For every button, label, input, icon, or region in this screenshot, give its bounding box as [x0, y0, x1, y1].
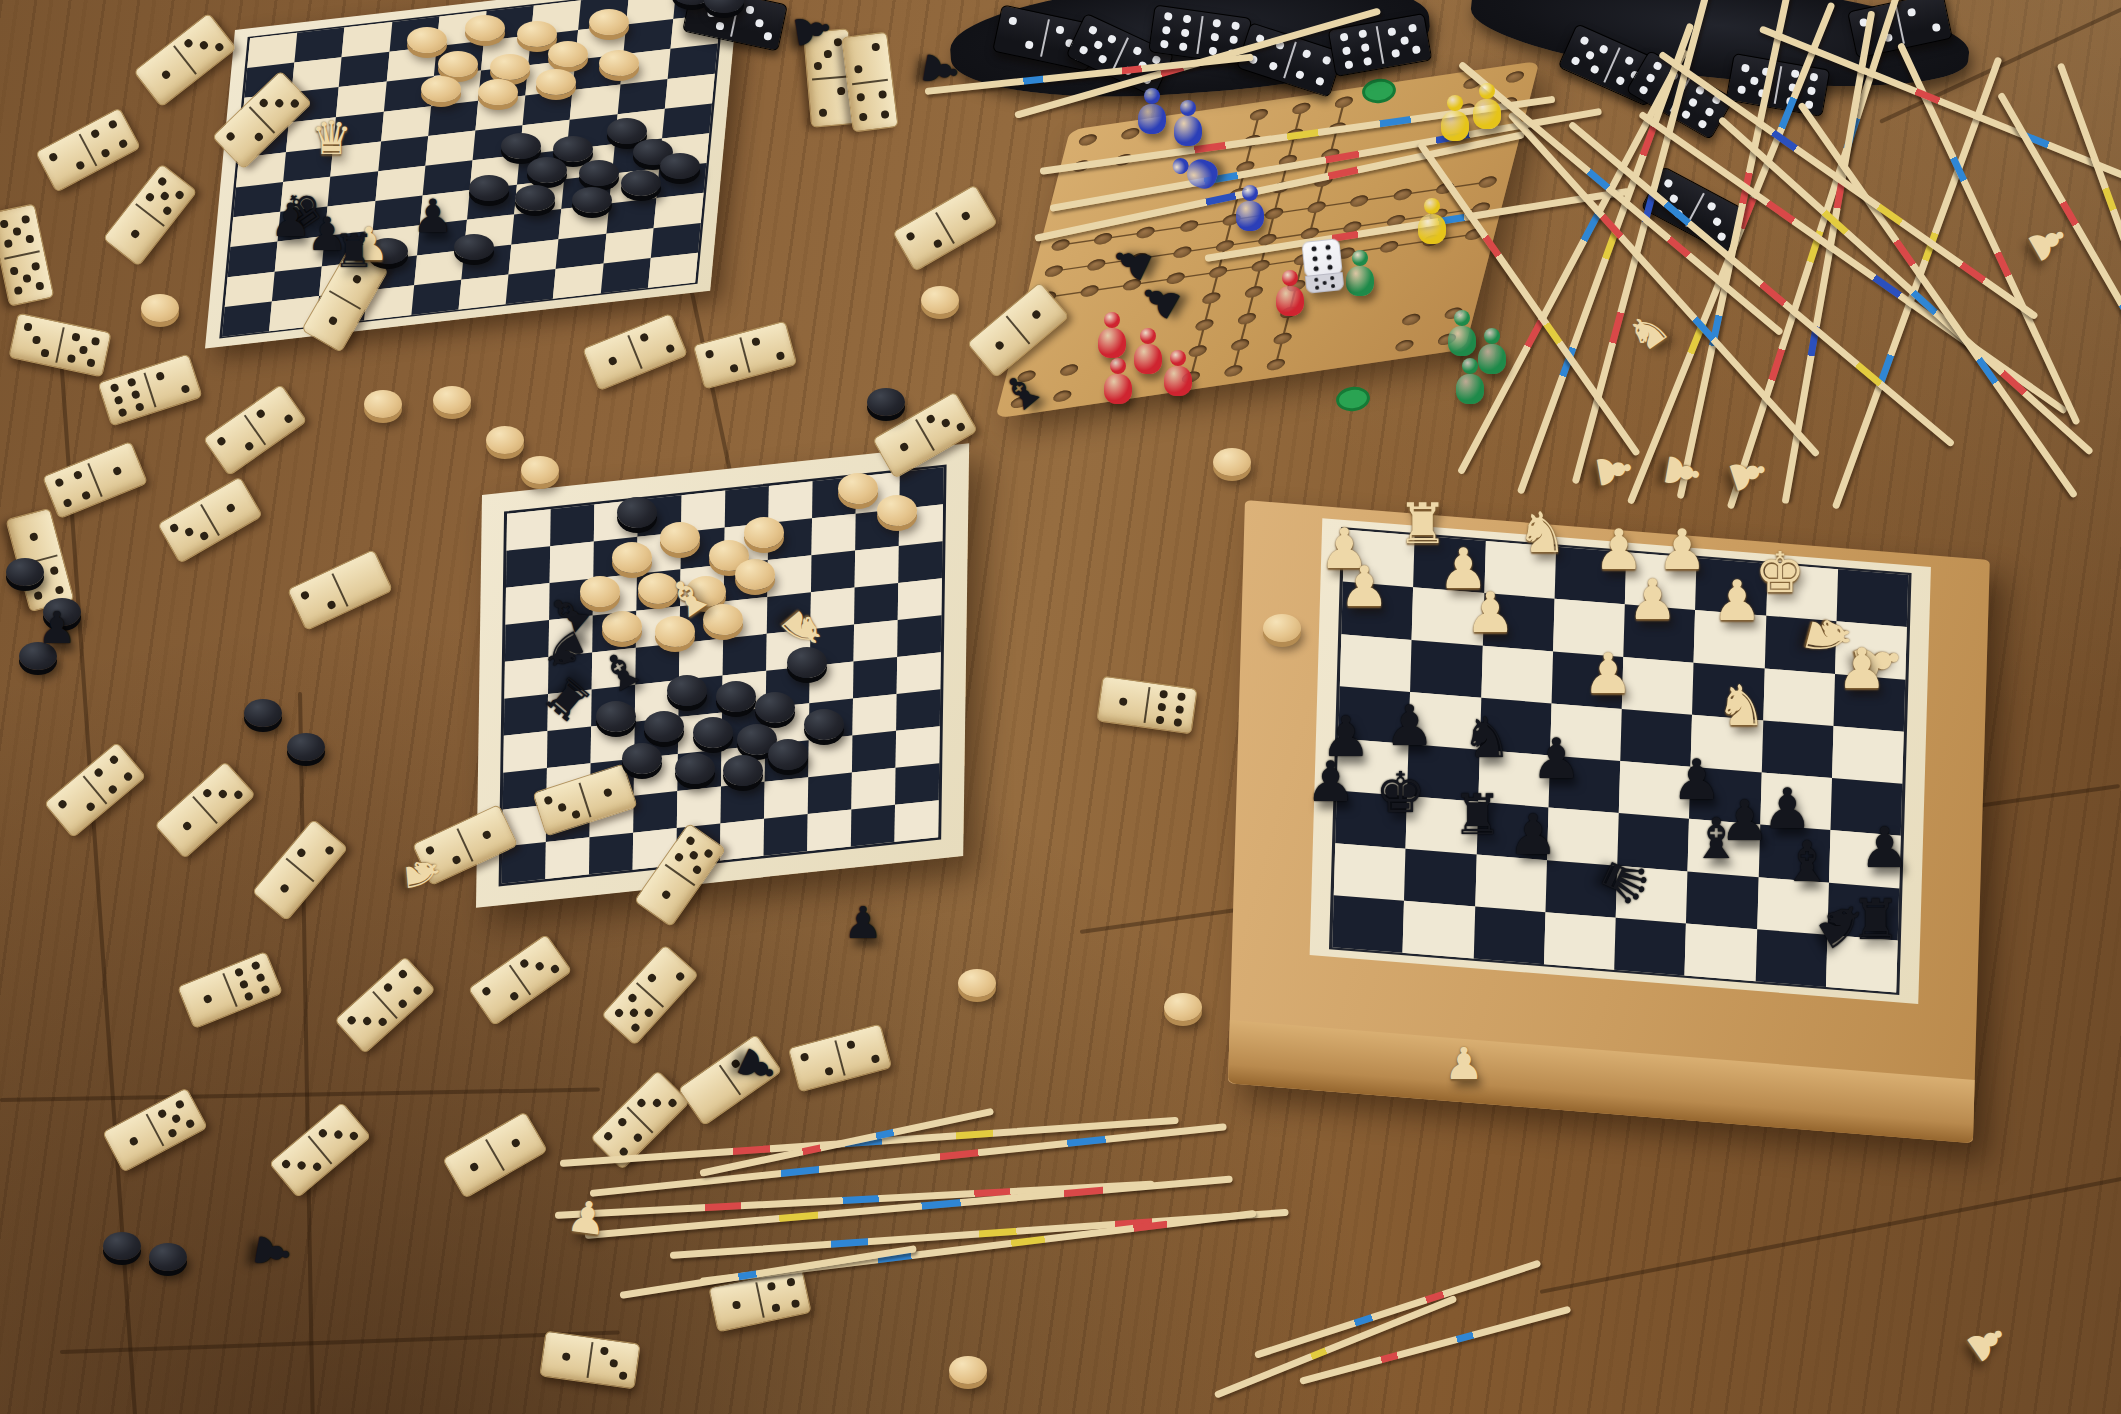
- wood-domino-1-3[interactable]: [154, 761, 256, 859]
- domino-pip: [171, 1113, 182, 1124]
- domino-pip: [751, 337, 761, 347]
- red-ludo-peg[interactable]: [1275, 270, 1305, 316]
- red-ludo-peg[interactable]: [1097, 312, 1127, 358]
- board-square[interactable]: [851, 768, 895, 810]
- checker-piece[interactable]: [867, 388, 905, 416]
- dice-pip: [1331, 284, 1335, 288]
- dark-rook[interactable]: ♜: [1850, 892, 1900, 948]
- domino-pip: [117, 408, 127, 418]
- domino-pip: [1704, 106, 1715, 117]
- yellow-ludo-peg[interactable]: [1417, 198, 1447, 244]
- domino-pip: [685, 835, 696, 846]
- domino-pip: [1159, 689, 1168, 698]
- checker-piece[interactable]: [486, 426, 524, 454]
- domino-pip: [1132, 46, 1143, 57]
- domino-pip: [1624, 55, 1635, 66]
- domino-half: [1377, 14, 1431, 67]
- ludo-hole[interactable]: [1250, 259, 1271, 273]
- checker-piece[interactable]: [478, 79, 518, 105]
- checker-piece[interactable]: [755, 692, 795, 723]
- board-square[interactable]: [503, 731, 547, 773]
- domino-half: [740, 322, 796, 376]
- board-square[interactable]: [853, 657, 897, 699]
- domino-pip: [1302, 49, 1312, 59]
- wood-domino-4-1[interactable]: [42, 441, 148, 520]
- domino-pip: [167, 1127, 178, 1138]
- checker-piece[interactable]: [103, 1232, 141, 1260]
- board-square[interactable]: [768, 481, 812, 523]
- ludo-hole[interactable]: [1044, 264, 1065, 278]
- domino-pip: [639, 333, 649, 343]
- wood-plank-seam: [1540, 1176, 2121, 1294]
- domino-pip: [1737, 85, 1746, 94]
- domino-pip: [1031, 309, 1042, 320]
- chess-square[interactable]: [1614, 918, 1686, 976]
- ludo-hole[interactable]: [1504, 70, 1525, 84]
- wood-plank-seam: [298, 692, 315, 1414]
- checker-piece[interactable]: [490, 54, 530, 80]
- chess-square[interactable]: [1334, 843, 1406, 901]
- chess-square[interactable]: [1340, 634, 1412, 692]
- board-square[interactable]: [811, 551, 855, 593]
- peg-body: [1448, 326, 1476, 356]
- light-queen[interactable]: ♛: [311, 115, 352, 161]
- ludo-hole[interactable]: [1223, 364, 1244, 378]
- peg-head: [1110, 358, 1126, 374]
- domino-pip: [925, 414, 936, 425]
- light-knight[interactable]: ♞: [1619, 303, 1677, 362]
- domino-pip: [1408, 23, 1417, 32]
- dark-pawn[interactable]: ♟: [1508, 807, 1558, 863]
- board-square[interactable]: [852, 694, 896, 736]
- board-square[interactable]: [897, 615, 941, 657]
- chess-square[interactable]: [1473, 906, 1545, 964]
- checker-piece[interactable]: [958, 969, 996, 997]
- domino-pip: [1387, 27, 1396, 36]
- peg-head: [1140, 328, 1156, 344]
- domino-pip: [225, 131, 236, 142]
- dark-pawn[interactable]: ♟: [915, 47, 965, 93]
- board-square[interactable]: [633, 791, 677, 833]
- wood-domino-2-4[interactable]: [35, 107, 141, 193]
- checker-piece[interactable]: [501, 133, 541, 159]
- checker-piece[interactable]: [579, 160, 619, 186]
- board-square[interactable]: [648, 253, 698, 288]
- light-king[interactable]: ♚: [1755, 546, 1805, 602]
- domino-pip: [955, 421, 966, 432]
- dark-pawn[interactable]: ♟: [1860, 820, 1910, 876]
- checker-piece[interactable]: [612, 542, 652, 573]
- red-ludo-peg[interactable]: [1133, 328, 1163, 374]
- dice[interactable]: [1301, 238, 1344, 296]
- board-square[interactable]: [851, 805, 895, 847]
- checker-piece[interactable]: [433, 386, 471, 414]
- blue-ludo-peg[interactable]: [1173, 100, 1203, 146]
- domino-pip: [519, 958, 530, 969]
- tabletop-scene: ♛♟♚♟♟♜♟♝♞♜♝♝♞♜♟♟♞♟♟♟♟♟♚♟♞♟♟♟♞♟♟♞♟♚♜♟♟♛♟♝…: [0, 0, 2121, 1414]
- board-square[interactable]: [895, 763, 939, 805]
- domino-pip: [814, 62, 823, 71]
- chess-square[interactable]: [1763, 668, 1835, 726]
- dice-pip: [1330, 276, 1334, 280]
- ludo-hole[interactable]: [1201, 292, 1222, 306]
- wood-domino-2-3[interactable]: [467, 934, 572, 1027]
- chess-square[interactable]: [1686, 871, 1758, 929]
- domino-half: [56, 324, 110, 377]
- ludo-hole[interactable]: [1307, 200, 1328, 214]
- checker-piece[interactable]: [515, 185, 555, 211]
- light-pawn[interactable]: ♟: [1627, 572, 1677, 628]
- checker-piece[interactable]: [617, 497, 657, 528]
- checker-piece[interactable]: [244, 699, 282, 727]
- peg-head: [1180, 100, 1196, 116]
- domino-pip: [1570, 56, 1581, 67]
- checker-piece[interactable]: [548, 41, 588, 67]
- light-pawn[interactable]: ♟: [1589, 447, 1639, 493]
- dark-pawn[interactable]: ♟: [1384, 698, 1434, 754]
- board-square[interactable]: [852, 731, 896, 773]
- domino-pip: [54, 478, 64, 488]
- dark-knight[interactable]: ♞: [1462, 710, 1512, 766]
- green-ludo-peg[interactable]: [1447, 310, 1477, 356]
- board-square[interactable]: [550, 541, 594, 583]
- checker-piece[interactable]: [716, 681, 756, 712]
- domino-pip: [871, 42, 880, 51]
- domino-pip: [745, 5, 754, 14]
- domino-pip: [800, 1053, 810, 1063]
- board-square[interactable]: [898, 578, 942, 620]
- dark-pawn[interactable]: ♟: [1672, 753, 1722, 809]
- ludo-hole[interactable]: [1392, 188, 1413, 202]
- checker-piece[interactable]: [735, 559, 775, 590]
- domino-pip: [157, 1109, 168, 1120]
- dark-rook[interactable]: ♜: [1452, 787, 1502, 843]
- wood-domino-6-2[interactable]: [97, 353, 203, 426]
- domino-pip: [1615, 76, 1626, 87]
- ludo-hole[interactable]: [1172, 245, 1193, 259]
- domino-pip: [289, 98, 300, 109]
- checker-piece[interactable]: [693, 717, 733, 748]
- board-square[interactable]: [896, 726, 940, 768]
- board-square[interactable]: [507, 509, 551, 551]
- dark-king[interactable]: ♚: [1376, 765, 1426, 821]
- light-knight[interactable]: ♞: [1716, 678, 1766, 734]
- domino-pip: [317, 1128, 328, 1139]
- domino-pip: [824, 1066, 834, 1076]
- ludo-hole[interactable]: [1208, 265, 1229, 279]
- domino-pip: [398, 969, 409, 980]
- domino-pip: [253, 131, 264, 142]
- wood-domino-1-6[interactable]: [177, 951, 283, 1030]
- dice-pip: [1311, 246, 1316, 251]
- light-pawn[interactable]: ♟: [1444, 1042, 1483, 1086]
- wood-domino-2-1[interactable]: [892, 184, 998, 272]
- board-square[interactable]: [808, 772, 852, 814]
- light-pawn[interactable]: ♟: [1583, 646, 1633, 702]
- dark-pawn[interactable]: ♟: [1762, 781, 1812, 837]
- board-square[interactable]: [854, 620, 898, 662]
- board-square[interactable]: [677, 786, 721, 828]
- checker-piece[interactable]: [621, 170, 661, 196]
- board-square[interactable]: [553, 263, 603, 298]
- domino-pip: [23, 323, 32, 332]
- domino-pip: [543, 796, 553, 806]
- checker-piece[interactable]: [599, 50, 639, 76]
- light-pawn[interactable]: ♟: [2019, 214, 2077, 270]
- domino-pip: [118, 138, 129, 149]
- checker-piece[interactable]: [536, 69, 576, 95]
- checker-piece[interactable]: [149, 1243, 187, 1271]
- wood-domino-5-2[interactable]: [601, 944, 699, 1046]
- ludo-hole[interactable]: [1334, 95, 1355, 109]
- checker-piece[interactable]: [6, 558, 44, 586]
- domino-pip: [643, 1007, 654, 1018]
- wood-domino-3-5[interactable]: [8, 313, 111, 378]
- domino-pip: [1358, 29, 1367, 38]
- board-square[interactable]: [550, 505, 594, 547]
- checker-piece[interactable]: [589, 9, 629, 35]
- green-ludo-peg[interactable]: [1345, 250, 1375, 296]
- wood-domino-1-5[interactable]: [102, 163, 197, 267]
- ludo-hole[interactable]: [1248, 108, 1269, 122]
- light-pawn[interactable]: ♟: [564, 1193, 609, 1242]
- domino-pip: [333, 1129, 344, 1140]
- checker-piece[interactable]: [521, 456, 559, 484]
- peg-head: [1462, 358, 1478, 374]
- ludo-hole[interactable]: [1194, 318, 1215, 332]
- ludo-hole[interactable]: [1237, 311, 1258, 325]
- ludo-hole[interactable]: [1477, 175, 1498, 189]
- wood-domino-3-1[interactable]: [157, 476, 263, 564]
- ludo-hole[interactable]: [1349, 194, 1370, 208]
- checker-piece[interactable]: [438, 51, 478, 77]
- domino-pip: [791, 1298, 800, 1307]
- ludo-hole[interactable]: [1050, 238, 1071, 252]
- checker-piece[interactable]: [553, 136, 593, 162]
- light-knight[interactable]: ♞: [1517, 506, 1567, 562]
- chess-square[interactable]: [1332, 895, 1404, 953]
- checker-piece[interactable]: [527, 157, 567, 183]
- light-knight[interactable]: ♞: [398, 852, 445, 895]
- board-square[interactable]: [764, 814, 808, 856]
- checker-piece[interactable]: [768, 739, 808, 770]
- dice-pip: [1326, 255, 1331, 260]
- yellow-ludo-peg[interactable]: [1472, 83, 1502, 129]
- chess-square[interactable]: [1685, 923, 1757, 981]
- ludo-hole[interactable]: [1401, 313, 1422, 327]
- chess-square[interactable]: [1544, 912, 1616, 970]
- checker-piece[interactable]: [804, 709, 844, 740]
- domino-pip: [469, 1162, 480, 1173]
- wood-domino-1-6[interactable]: [1096, 676, 1197, 735]
- ludo-hole[interactable]: [1059, 363, 1080, 377]
- checker-piece[interactable]: [465, 15, 505, 41]
- light-pawn[interactable]: ♟: [1958, 1313, 2017, 1371]
- ludo-hole[interactable]: [1178, 219, 1199, 233]
- domino-pip: [32, 335, 41, 344]
- domino-pip: [48, 152, 59, 163]
- wood-domino-2-2[interactable]: [693, 320, 798, 389]
- checker-piece[interactable]: [517, 21, 557, 47]
- domino-pip: [859, 113, 868, 122]
- domino-pip: [1174, 718, 1183, 727]
- domino-pip: [107, 784, 118, 795]
- board-square[interactable]: [589, 833, 633, 875]
- domino-pip: [225, 503, 236, 514]
- board-square[interactable]: [411, 280, 461, 315]
- chess-square[interactable]: [1761, 720, 1833, 778]
- checker-piece[interactable]: [667, 675, 707, 706]
- wood-domino-1-2[interactable]: [582, 313, 688, 392]
- domino-pip: [383, 982, 394, 993]
- board-square[interactable]: [601, 258, 651, 293]
- board-square[interactable]: [894, 800, 938, 842]
- domino-pip: [880, 110, 889, 119]
- ludo-hole[interactable]: [1078, 133, 1099, 147]
- checker-piece[interactable]: [364, 390, 402, 418]
- domino-pip: [128, 1136, 139, 1147]
- ludo-hole[interactable]: [1394, 339, 1415, 353]
- checker-piece[interactable]: [287, 733, 325, 761]
- light-pawn[interactable]: ♟: [1657, 449, 1707, 495]
- checker-piece[interactable]: [1164, 993, 1202, 1021]
- domino-pip: [871, 1054, 881, 1064]
- red-ludo-peg[interactable]: [1103, 358, 1133, 404]
- domino-pip: [1681, 109, 1692, 120]
- domino-pip: [509, 990, 520, 1001]
- domino-pip: [451, 854, 462, 865]
- board-square[interactable]: [720, 782, 764, 824]
- board-square[interactable]: [896, 689, 940, 731]
- dark-pawn[interactable]: ♟: [1305, 754, 1355, 810]
- dark-pawn[interactable]: ♟: [1531, 731, 1581, 787]
- board-square[interactable]: [897, 652, 941, 694]
- wood-domino-1-5[interactable]: [102, 1087, 208, 1173]
- blue-ludo-peg[interactable]: [1137, 88, 1167, 134]
- wood-domino-1-2[interactable]: [252, 818, 349, 921]
- wood-domino-2-2[interactable]: [202, 384, 307, 477]
- domino-pip: [628, 1007, 639, 1018]
- board-square[interactable]: [506, 269, 556, 304]
- dark-pawn[interactable]: ♟: [412, 193, 453, 239]
- board-square[interactable]: [720, 819, 764, 861]
- checker-piece[interactable]: [607, 118, 647, 144]
- domino-pip: [661, 889, 672, 900]
- ludo-hole[interactable]: [1136, 225, 1157, 239]
- dark-pawn[interactable]: ♟: [37, 606, 76, 650]
- dark-pawn[interactable]: ♟: [247, 1229, 297, 1275]
- domino-pip: [609, 1359, 618, 1368]
- ludo-hole[interactable]: [1378, 240, 1399, 254]
- dark-pawn[interactable]: ♟: [843, 901, 882, 945]
- ludo-hole[interactable]: [1079, 284, 1100, 298]
- board-square[interactable]: [545, 837, 589, 879]
- wood-domino-1-3[interactable]: [133, 12, 237, 107]
- domino-pip: [1584, 50, 1595, 61]
- board-square[interactable]: [807, 809, 851, 851]
- board-square[interactable]: [723, 634, 767, 676]
- board-square[interactable]: [506, 546, 550, 588]
- chess-square[interactable]: [1403, 901, 1475, 959]
- board-square[interactable]: [855, 546, 899, 588]
- light-pawn[interactable]: ♟: [1721, 448, 1775, 499]
- dice-pip: [1315, 285, 1319, 289]
- blue-ludo-peg[interactable]: [1235, 185, 1265, 231]
- checker-piece[interactable]: [921, 286, 959, 314]
- chess-square[interactable]: [1404, 848, 1476, 906]
- light-pawn[interactable]: ♟: [1465, 585, 1515, 641]
- dark-rook[interactable]: ♜: [333, 229, 374, 275]
- chess-square[interactable]: [1481, 645, 1553, 703]
- ludo-hole[interactable]: [1052, 389, 1073, 403]
- chess-box-front: [1228, 1020, 1975, 1143]
- light-pawn[interactable]: ♟: [1837, 641, 1887, 697]
- chess-square[interactable]: [1410, 640, 1482, 698]
- ludo-hole[interactable]: [1243, 285, 1264, 299]
- wood-domino-1-1[interactable]: [442, 1111, 548, 1199]
- domino-pip: [1907, 7, 1916, 16]
- ludo-hole[interactable]: [1266, 358, 1287, 372]
- domino-pip: [1175, 705, 1184, 714]
- wood-domino-1-3[interactable]: [539, 1331, 640, 1390]
- checker-piece[interactable]: [141, 294, 179, 322]
- light-pawn[interactable]: ♟: [1339, 559, 1389, 615]
- checker-piece[interactable]: [454, 234, 494, 260]
- checker-piece[interactable]: [675, 753, 715, 784]
- wood-domino-3-4[interactable]: [334, 956, 436, 1054]
- board-square[interactable]: [854, 583, 898, 625]
- ludo-hole[interactable]: [1264, 207, 1285, 221]
- wood-domino-3-3[interactable]: [268, 1102, 371, 1199]
- green-ludo-peg[interactable]: [1455, 358, 1485, 404]
- board-square[interactable]: [898, 541, 942, 583]
- board-square[interactable]: [547, 726, 591, 768]
- domino-pip: [1092, 39, 1103, 50]
- domino-pip: [326, 599, 337, 610]
- ludo-hole[interactable]: [1230, 338, 1251, 352]
- wood-domino-2-2[interactable]: [788, 1023, 893, 1092]
- domino-pip: [62, 497, 72, 507]
- checker-piece[interactable]: [949, 1356, 987, 1384]
- domino-pip: [665, 343, 675, 353]
- draughts-board-top-left[interactable]: [205, 0, 740, 349]
- domino-pip: [1212, 19, 1221, 28]
- yellow-ludo-peg[interactable]: [1440, 95, 1470, 141]
- light-pawn[interactable]: ♟: [1712, 573, 1762, 629]
- checker-piece[interactable]: [1213, 448, 1251, 476]
- dark-bishop[interactable]: ♝: [1782, 834, 1832, 890]
- board-square[interactable]: [764, 777, 808, 819]
- dark-pawn[interactable]: ♟: [270, 197, 311, 243]
- mikado-stick[interactable]: [1254, 1259, 1541, 1358]
- board-square[interactable]: [222, 301, 272, 336]
- board-square[interactable]: [808, 736, 852, 778]
- wood-domino-2-0[interactable]: [287, 549, 393, 631]
- checker-piece[interactable]: [1263, 614, 1301, 642]
- domino-half: [993, 6, 1049, 61]
- wood-domino-5-5[interactable]: [0, 203, 54, 306]
- board-square[interactable]: [812, 514, 856, 556]
- dark-pawn[interactable]: ♟: [787, 7, 837, 53]
- domino-pip: [73, 470, 83, 480]
- ludo-hole[interactable]: [1273, 331, 1294, 345]
- board-square[interactable]: [459, 274, 509, 309]
- red-ludo-peg[interactable]: [1163, 350, 1193, 396]
- ludo-hole[interactable]: [1291, 102, 1312, 116]
- board-square[interactable]: [679, 639, 723, 681]
- chess-square[interactable]: [1832, 726, 1904, 784]
- mikado-stick[interactable]: [1517, 22, 1695, 494]
